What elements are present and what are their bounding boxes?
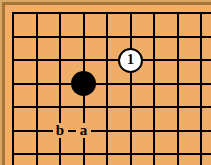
board-intersection (1, 142, 25, 165)
board-intersection (189, 72, 211, 96)
board-intersection (142, 142, 166, 165)
board-intersection (72, 72, 96, 96)
board-intersection (166, 1, 190, 25)
board-intersection (119, 119, 143, 143)
board-intersection (166, 142, 190, 165)
board-intersection (72, 48, 96, 72)
point-label-a: a (76, 123, 91, 138)
board-intersection (1, 25, 25, 49)
board-intersection (189, 119, 211, 143)
point-label-b: b (53, 123, 68, 138)
board-intersection (48, 142, 72, 165)
board-intersection (142, 119, 166, 143)
board-intersection (72, 95, 96, 119)
go-board-grid: 1ba (1, 1, 211, 165)
board-intersection (95, 142, 119, 165)
board-intersection (48, 1, 72, 25)
go-board: 1ba (0, 0, 211, 165)
board-intersection (119, 72, 143, 96)
go-diagram: 1ba (0, 0, 211, 165)
board-intersection (95, 1, 119, 25)
board-intersection (189, 95, 211, 119)
board-intersection (119, 95, 143, 119)
board-intersection (25, 119, 49, 143)
board-intersection: b (48, 119, 72, 143)
board-intersection (72, 142, 96, 165)
board-intersection (95, 48, 119, 72)
board-intersection (95, 72, 119, 96)
board-intersection (48, 48, 72, 72)
board-intersection (95, 119, 119, 143)
board-intersection (25, 25, 49, 49)
board-intersection (142, 48, 166, 72)
board-intersection (1, 95, 25, 119)
board-intersection (166, 48, 190, 72)
stone-move-number: 1 (127, 53, 134, 67)
board-intersection (48, 25, 72, 49)
board-intersection (189, 48, 211, 72)
board-intersection (25, 48, 49, 72)
board-intersection (142, 1, 166, 25)
board-intersection (142, 72, 166, 96)
board-intersection (25, 95, 49, 119)
board-intersection (95, 95, 119, 119)
white-stone-move-1: 1 (118, 48, 143, 73)
board-intersection (142, 25, 166, 49)
board-intersection (166, 25, 190, 49)
board-intersection (1, 119, 25, 143)
board-intersection (142, 95, 166, 119)
board-intersection (72, 25, 96, 49)
board-intersection (119, 142, 143, 165)
board-intersection: 1 (119, 48, 143, 72)
board-intersection (25, 1, 49, 25)
board-intersection (189, 142, 211, 165)
board-intersection (189, 1, 211, 25)
board-intersection (166, 119, 190, 143)
board-intersection (1, 48, 25, 72)
board-intersection (48, 95, 72, 119)
board-intersection (166, 72, 190, 96)
board-intersection (95, 25, 119, 49)
board-intersection (166, 95, 190, 119)
board-intersection (189, 25, 211, 49)
board-intersection (1, 72, 25, 96)
board-intersection (25, 72, 49, 96)
board-intersection (48, 72, 72, 96)
board-intersection: a (72, 119, 96, 143)
board-intersection (119, 25, 143, 49)
board-intersection (119, 1, 143, 25)
board-intersection (25, 142, 49, 165)
board-intersection (1, 1, 25, 25)
board-intersection (72, 1, 96, 25)
black-stone (71, 71, 96, 96)
